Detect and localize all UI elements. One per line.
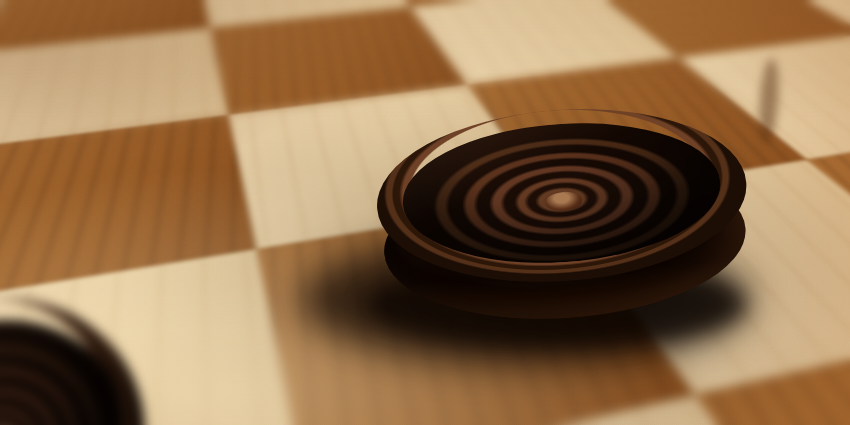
checkers-photo-scene: ⛂ ⛂ (0, 0, 850, 425)
checker-piece-main[interactable]: ⛂ (371, 97, 755, 330)
checker-dish-rings (0, 301, 141, 425)
